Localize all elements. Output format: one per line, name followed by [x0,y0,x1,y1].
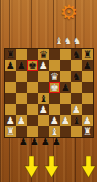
square-f5[interactable]: ♟ [60,82,71,93]
square-h1[interactable]: ♜ [82,126,93,137]
white-pawn[interactable]: ♟ [6,115,15,126]
captured-black-pieces-tray: ♟♟♟♟ [19,136,61,148]
captured-black-pawn: ♟ [19,136,28,148]
square-d8[interactable]: ♛ [38,49,49,60]
black-knight[interactable]: ♞ [72,71,81,82]
square-e5[interactable]: ♚ [49,82,60,93]
square-f6[interactable] [60,71,71,82]
down-arrow-button-1[interactable] [24,156,39,178]
black-bishop[interactable]: ♝ [39,93,48,104]
square-a4[interactable] [5,93,16,104]
captured-white-knight: ♞ [64,36,72,47]
white-rook[interactable]: ♜ [6,126,15,137]
square-f1[interactable] [60,126,71,137]
white-queen[interactable]: ♛ [50,71,59,82]
square-a3[interactable] [5,104,16,115]
square-c3[interactable] [27,104,38,115]
square-d2[interactable] [38,115,49,126]
square-g8[interactable]: ♞ [71,49,82,60]
square-f7[interactable] [60,60,71,71]
black-rook[interactable]: ♜ [83,49,92,60]
square-e4[interactable] [49,93,60,104]
white-pawn[interactable]: ♟ [72,104,81,115]
square-c5[interactable] [27,82,38,93]
square-b7[interactable]: ♟ [16,60,27,71]
square-a7[interactable]: ♟ [5,60,16,71]
square-h5[interactable] [82,82,93,93]
square-h3[interactable] [82,104,93,115]
settings-gear-icon[interactable]: ⚙ [58,0,80,24]
down-arrow-icon [45,156,59,178]
black-pawn[interactable]: ♟ [17,60,26,71]
square-b2[interactable]: ♟ [16,115,27,126]
square-c7[interactable]: ♚ [27,60,38,71]
square-e3[interactable] [49,104,60,115]
square-g2[interactable]: ♝ [71,115,82,126]
chess-board[interactable]: ♜♛♞♜♟♟♚♟♟♛♞♚♟♝♟♟♟♟♟♟♝♟♜♝♜ [5,49,93,137]
square-b6[interactable] [16,71,27,82]
captured-white-knight: ♞ [73,36,81,47]
captured-white-bishop: ♝ [55,36,63,47]
black-pawn[interactable]: ♟ [83,60,92,71]
white-pawn[interactable]: ♟ [17,115,26,126]
square-g3[interactable]: ♟ [71,104,82,115]
square-g5[interactable] [71,82,82,93]
down-arrow-button-2[interactable] [44,156,59,178]
black-pawn[interactable]: ♟ [6,60,15,71]
square-e7[interactable] [49,60,60,71]
square-b4[interactable] [16,93,27,104]
square-f8[interactable] [60,49,71,60]
white-pawn[interactable]: ♟ [50,115,59,126]
square-c6[interactable] [27,71,38,82]
chess-app-screen: ⚙ ♝♞♞ ♜♛♞♜♟♟♚♟♟♛♞♚♟♝♟♟♟♟♟♟♝♟♜♝♜ ♟♟♟♟ [0,0,97,182]
square-e2[interactable]: ♟ [49,115,60,126]
square-d4[interactable]: ♝ [38,93,49,104]
black-king[interactable]: ♚ [28,60,37,71]
square-e6[interactable]: ♛ [49,71,60,82]
white-king[interactable]: ♚ [50,82,59,93]
square-b5[interactable] [16,82,27,93]
square-h8[interactable]: ♜ [82,49,93,60]
square-f3[interactable] [60,104,71,115]
square-c8[interactable] [27,49,38,60]
square-f2[interactable]: ♟ [60,115,71,126]
captured-black-pawn: ♟ [52,136,61,148]
black-bishop[interactable]: ♝ [72,115,81,126]
square-e8[interactable] [49,49,60,60]
square-f4[interactable] [60,93,71,104]
square-d3[interactable]: ♟ [38,104,49,115]
down-arrow-button-3[interactable] [81,156,96,178]
square-h2[interactable]: ♟ [82,115,93,126]
white-pawn[interactable]: ♟ [61,115,70,126]
square-a2[interactable]: ♟ [5,115,16,126]
black-rook[interactable]: ♜ [6,49,15,60]
square-g4[interactable] [71,93,82,104]
square-h4[interactable] [82,93,93,104]
square-h6[interactable] [82,71,93,82]
captured-black-pawn: ♟ [41,136,50,148]
square-h7[interactable]: ♟ [82,60,93,71]
square-a8[interactable]: ♜ [5,49,16,60]
square-b8[interactable] [16,49,27,60]
down-arrow-icon [82,156,96,178]
square-a5[interactable] [5,82,16,93]
square-g1[interactable] [71,126,82,137]
white-rook[interactable]: ♜ [83,126,92,137]
white-pawn[interactable]: ♟ [83,115,92,126]
square-d6[interactable] [38,71,49,82]
square-c2[interactable] [27,115,38,126]
square-a1[interactable]: ♜ [5,126,16,137]
square-b3[interactable] [16,104,27,115]
black-queen[interactable]: ♛ [39,49,48,60]
square-g7[interactable] [71,60,82,71]
square-c4[interactable] [27,93,38,104]
square-a6[interactable] [5,71,16,82]
square-d7[interactable]: ♟ [38,60,49,71]
square-d5[interactable] [38,82,49,93]
white-pawn[interactable]: ♟ [39,104,48,115]
captured-black-pawn: ♟ [30,136,39,148]
captured-white-pieces-tray: ♝♞♞ [55,36,81,47]
square-g6[interactable]: ♞ [71,71,82,82]
black-knight[interactable]: ♞ [72,49,81,60]
down-arrow-icon [25,156,39,178]
black-pawn[interactable]: ♟ [61,82,70,93]
white-pawn[interactable]: ♟ [39,60,48,71]
